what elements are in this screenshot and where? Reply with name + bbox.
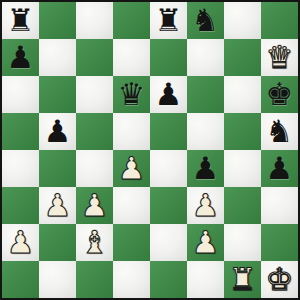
square-g6[interactable] bbox=[224, 76, 261, 113]
square-g8[interactable] bbox=[224, 2, 261, 39]
square-e7[interactable] bbox=[150, 39, 187, 76]
square-d2[interactable] bbox=[113, 224, 150, 261]
white-pawn-piece[interactable]: ♟ bbox=[7, 224, 35, 261]
square-g3[interactable] bbox=[224, 187, 261, 224]
white-pawn-piece[interactable]: ♟ bbox=[81, 187, 109, 224]
square-h7[interactable]: ♛ bbox=[261, 39, 298, 76]
square-g4[interactable] bbox=[224, 150, 261, 187]
square-h2[interactable] bbox=[261, 224, 298, 261]
square-c5[interactable] bbox=[76, 113, 113, 150]
square-c2[interactable]: ♝ bbox=[76, 224, 113, 261]
square-c6[interactable] bbox=[76, 76, 113, 113]
square-f6[interactable] bbox=[187, 76, 224, 113]
square-d8[interactable] bbox=[113, 2, 150, 39]
square-c1[interactable] bbox=[76, 261, 113, 298]
square-e4[interactable] bbox=[150, 150, 187, 187]
square-e2[interactable] bbox=[150, 224, 187, 261]
square-a5[interactable] bbox=[2, 113, 39, 150]
square-c8[interactable] bbox=[76, 2, 113, 39]
square-d4[interactable]: ♟ bbox=[113, 150, 150, 187]
square-f7[interactable] bbox=[187, 39, 224, 76]
square-g7[interactable] bbox=[224, 39, 261, 76]
square-e1[interactable] bbox=[150, 261, 187, 298]
black-queen-piece[interactable]: ♛ bbox=[118, 76, 146, 113]
square-d7[interactable] bbox=[113, 39, 150, 76]
square-b2[interactable] bbox=[39, 224, 76, 261]
square-c4[interactable] bbox=[76, 150, 113, 187]
square-f2[interactable]: ♟ bbox=[187, 224, 224, 261]
square-a7[interactable]: ♟ bbox=[2, 39, 39, 76]
white-king-piece[interactable]: ♚ bbox=[266, 261, 294, 298]
square-b6[interactable] bbox=[39, 76, 76, 113]
square-a4[interactable] bbox=[2, 150, 39, 187]
white-pawn-piece[interactable]: ♟ bbox=[118, 150, 146, 187]
square-a1[interactable] bbox=[2, 261, 39, 298]
black-pawn-piece[interactable]: ♟ bbox=[44, 113, 72, 150]
black-knight-piece[interactable]: ♞ bbox=[266, 113, 294, 150]
black-knight-piece[interactable]: ♞ bbox=[192, 2, 220, 39]
square-d3[interactable] bbox=[113, 187, 150, 224]
black-king-piece[interactable]: ♚ bbox=[266, 76, 294, 113]
square-b7[interactable] bbox=[39, 39, 76, 76]
square-g2[interactable] bbox=[224, 224, 261, 261]
square-b4[interactable] bbox=[39, 150, 76, 187]
white-pawn-piece[interactable]: ♟ bbox=[192, 224, 220, 261]
chess-board: ♜♜♞♟♛♛♟♚♟♞♟♟♟♟♟♟♟♝♟♜♚ bbox=[0, 0, 300, 300]
square-b8[interactable] bbox=[39, 2, 76, 39]
square-f3[interactable]: ♟ bbox=[187, 187, 224, 224]
square-h3[interactable] bbox=[261, 187, 298, 224]
square-b3[interactable]: ♟ bbox=[39, 187, 76, 224]
square-a8[interactable]: ♜ bbox=[2, 2, 39, 39]
square-g1[interactable]: ♜ bbox=[224, 261, 261, 298]
square-e6[interactable]: ♟ bbox=[150, 76, 187, 113]
chess-board-wrap: ♜♜♞♟♛♛♟♚♟♞♟♟♟♟♟♟♟♝♟♜♚ bbox=[0, 0, 300, 300]
square-h8[interactable] bbox=[261, 2, 298, 39]
black-rook-piece[interactable]: ♜ bbox=[7, 2, 35, 39]
square-d6[interactable]: ♛ bbox=[113, 76, 150, 113]
square-d1[interactable] bbox=[113, 261, 150, 298]
square-b1[interactable] bbox=[39, 261, 76, 298]
square-e5[interactable] bbox=[150, 113, 187, 150]
white-bishop-piece[interactable]: ♝ bbox=[81, 224, 109, 261]
square-d5[interactable] bbox=[113, 113, 150, 150]
black-rook-piece[interactable]: ♜ bbox=[155, 2, 183, 39]
square-g5[interactable] bbox=[224, 113, 261, 150]
square-f4[interactable]: ♟ bbox=[187, 150, 224, 187]
square-h1[interactable]: ♚ bbox=[261, 261, 298, 298]
square-e8[interactable]: ♜ bbox=[150, 2, 187, 39]
square-a6[interactable] bbox=[2, 76, 39, 113]
square-h5[interactable]: ♞ bbox=[261, 113, 298, 150]
square-f1[interactable] bbox=[187, 261, 224, 298]
square-c3[interactable]: ♟ bbox=[76, 187, 113, 224]
white-pawn-piece[interactable]: ♟ bbox=[192, 187, 220, 224]
square-e3[interactable] bbox=[150, 187, 187, 224]
square-h4[interactable]: ♟ bbox=[261, 150, 298, 187]
black-pawn-piece[interactable]: ♟ bbox=[7, 39, 35, 76]
white-pawn-piece[interactable]: ♟ bbox=[44, 187, 72, 224]
black-pawn-piece[interactable]: ♟ bbox=[192, 150, 220, 187]
black-pawn-piece[interactable]: ♟ bbox=[155, 76, 183, 113]
square-a3[interactable] bbox=[2, 187, 39, 224]
white-queen-piece[interactable]: ♛ bbox=[266, 39, 294, 76]
square-f5[interactable] bbox=[187, 113, 224, 150]
square-h6[interactable]: ♚ bbox=[261, 76, 298, 113]
square-b5[interactable]: ♟ bbox=[39, 113, 76, 150]
square-c7[interactable] bbox=[76, 39, 113, 76]
square-a2[interactable]: ♟ bbox=[2, 224, 39, 261]
black-pawn-piece[interactable]: ♟ bbox=[266, 150, 294, 187]
white-rook-piece[interactable]: ♜ bbox=[229, 261, 257, 298]
square-f8[interactable]: ♞ bbox=[187, 2, 224, 39]
